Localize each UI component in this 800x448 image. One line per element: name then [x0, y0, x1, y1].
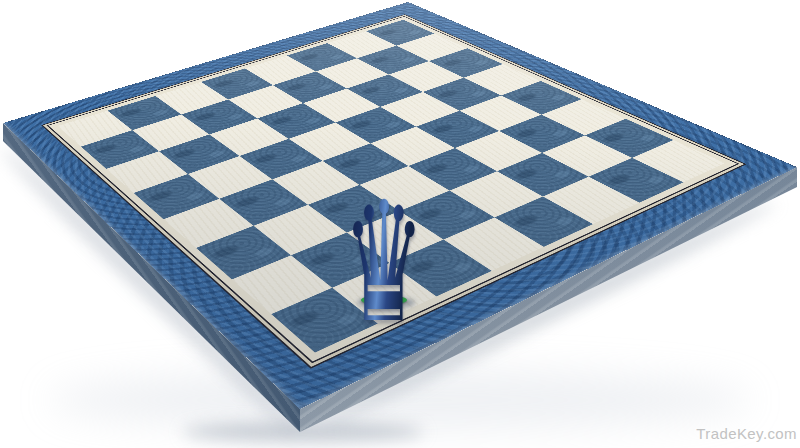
board-shadow-near-corner [183, 422, 423, 442]
board-reflection-shadow [50, 370, 750, 430]
chess-board [3, 2, 797, 409]
product-photo-stage: ♛ TradeKey.com [0, 0, 800, 448]
watermark: TradeKey.com [696, 425, 797, 442]
queen-felt-base [361, 295, 407, 305]
